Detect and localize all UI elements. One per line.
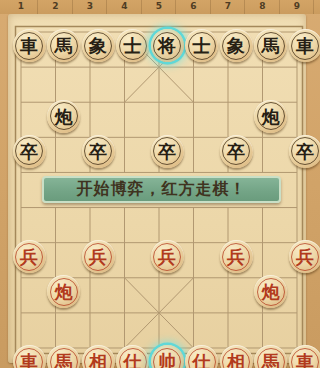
piece-red-elephant[interactable]: 相: [82, 345, 115, 368]
piece-glyph: 卒: [227, 134, 245, 167]
piece-red-chariot[interactable]: 車: [13, 345, 46, 368]
status-banner-text: 开始博弈，红方走棋！: [77, 179, 247, 200]
piece-black-soldier[interactable]: 卒: [220, 135, 253, 168]
piece-glyph: 馬: [55, 29, 73, 62]
piece-red-soldier[interactable]: 兵: [289, 240, 320, 273]
piece-glyph: 車: [296, 345, 314, 368]
piece-red-cannon[interactable]: 炮: [47, 275, 80, 308]
piece-glyph: 卒: [158, 134, 176, 167]
intersection: 卒: [81, 134, 116, 169]
intersection: 兵: [150, 239, 185, 274]
piece-black-elephant[interactable]: 象: [220, 29, 253, 62]
intersection: 車: [288, 28, 320, 63]
piece-glyph: 炮: [262, 275, 280, 308]
intersection: 炮: [46, 99, 81, 134]
column-label-5: 5: [152, 0, 166, 13]
piece-glyph: 象: [89, 29, 107, 62]
piece-red-elephant[interactable]: 相: [220, 345, 253, 368]
piece-black-elephant[interactable]: 象: [82, 29, 115, 62]
piece-red-soldier[interactable]: 兵: [151, 240, 184, 273]
intersection: 兵: [288, 239, 320, 274]
piece-glyph: 象: [227, 29, 245, 62]
intersection: 炮: [46, 274, 81, 309]
piece-black-cannon[interactable]: 炮: [254, 100, 287, 133]
piece-glyph: 車: [20, 29, 38, 62]
piece-glyph: 仕: [193, 345, 211, 368]
piece-red-chariot[interactable]: 車: [289, 345, 320, 368]
piece-glyph: 相: [227, 345, 245, 368]
intersection: 馬: [46, 28, 81, 63]
column-label-3: 3: [83, 0, 97, 13]
piece-glyph: 仕: [124, 345, 142, 368]
column-labels: 123456789: [0, 0, 320, 14]
piece-red-general[interactable]: 帅: [151, 345, 184, 368]
piece-glyph: 馬: [262, 29, 280, 62]
piece-glyph: 兵: [158, 240, 176, 273]
intersection: 兵: [12, 239, 47, 274]
intersection: 卒: [288, 134, 320, 169]
column-label-4: 4: [118, 0, 132, 13]
column-label-2: 2: [49, 0, 63, 13]
piece-glyph: 兵: [89, 240, 107, 273]
intersection: 帅: [150, 344, 185, 368]
piece-glyph: 卒: [20, 134, 38, 167]
piece-glyph: 士: [193, 29, 211, 62]
piece-glyph: 馬: [262, 345, 280, 368]
intersection: 車: [12, 344, 47, 368]
intersection: 相: [219, 344, 254, 368]
intersection: 卒: [12, 134, 47, 169]
piece-red-advisor[interactable]: 仕: [185, 345, 218, 368]
intersection: 車: [288, 344, 320, 368]
intersection: 士: [184, 28, 219, 63]
intersection: 炮: [253, 274, 288, 309]
piece-black-soldier[interactable]: 卒: [13, 135, 46, 168]
piece-glyph: 士: [124, 29, 142, 62]
piece-black-advisor[interactable]: 士: [185, 29, 218, 62]
intersection: 卒: [150, 134, 185, 169]
column-label-7: 7: [221, 0, 235, 13]
intersection: 車: [12, 28, 47, 63]
piece-red-horse[interactable]: 馬: [47, 345, 80, 368]
piece-black-chariot[interactable]: 車: [13, 29, 46, 62]
intersection: 馬: [46, 344, 81, 368]
piece-glyph: 車: [296, 29, 314, 62]
intersection: 卒: [219, 134, 254, 169]
piece-glyph: 卒: [296, 134, 314, 167]
piece-black-advisor[interactable]: 士: [116, 29, 149, 62]
intersection: 士: [115, 28, 150, 63]
intersection: 象: [81, 28, 116, 63]
piece-glyph: 炮: [262, 99, 280, 132]
piece-black-general[interactable]: 将: [151, 29, 184, 62]
column-label-1: 1: [14, 0, 28, 13]
piece-red-advisor[interactable]: 仕: [116, 345, 149, 368]
piece-glyph: 馬: [55, 345, 73, 368]
piece-black-soldier[interactable]: 卒: [289, 135, 320, 168]
intersection: 相: [81, 344, 116, 368]
piece-glyph: 炮: [55, 99, 73, 132]
column-label-9: 9: [290, 0, 304, 13]
intersection: 仕: [115, 344, 150, 368]
piece-red-soldier[interactable]: 兵: [82, 240, 115, 273]
piece-red-horse[interactable]: 馬: [254, 345, 287, 368]
piece-glyph: 将: [158, 29, 176, 62]
piece-glyph: 兵: [20, 240, 38, 273]
piece-black-horse[interactable]: 馬: [47, 29, 80, 62]
intersection: 馬: [253, 28, 288, 63]
intersection: 将: [150, 28, 185, 63]
piece-glyph: 炮: [55, 275, 73, 308]
intersection: 兵: [219, 239, 254, 274]
piece-glyph: 帅: [158, 345, 176, 368]
piece-glyph: 車: [20, 345, 38, 368]
piece-glyph: 卒: [89, 134, 107, 167]
piece-black-cannon[interactable]: 炮: [47, 100, 80, 133]
piece-red-cannon[interactable]: 炮: [254, 275, 287, 308]
intersection: 象: [219, 28, 254, 63]
xiangqi-app: 車馬象士将士象馬車炮炮卒卒卒卒卒兵兵兵兵兵炮炮車馬相仕帅仕相馬車 1234567…: [0, 0, 320, 368]
piece-glyph: 兵: [296, 240, 314, 273]
intersection: 兵: [81, 239, 116, 274]
piece-glyph: 兵: [227, 240, 245, 273]
piece-black-horse[interactable]: 馬: [254, 29, 287, 62]
intersection: 仕: [184, 344, 219, 368]
intersection: 馬: [253, 344, 288, 368]
piece-glyph: 相: [89, 345, 107, 368]
piece-red-soldier[interactable]: 兵: [220, 240, 253, 273]
column-label-8: 8: [256, 0, 270, 13]
piece-red-soldier[interactable]: 兵: [13, 240, 46, 273]
status-banner: 开始博弈，红方走棋！: [42, 176, 281, 203]
intersection: 炮: [253, 99, 288, 134]
column-label-6: 6: [187, 0, 201, 13]
piece-black-soldier[interactable]: 卒: [151, 135, 184, 168]
piece-black-chariot[interactable]: 車: [289, 29, 320, 62]
piece-black-soldier[interactable]: 卒: [82, 135, 115, 168]
